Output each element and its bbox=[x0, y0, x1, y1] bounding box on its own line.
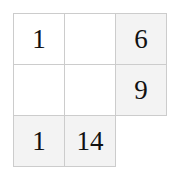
grid-cell-r1c0-entry[interactable] bbox=[13, 64, 65, 116]
grid-cell-r1c2-row-sum: 9 bbox=[115, 64, 167, 116]
grid-cell-r2c0-col-sum: 1 bbox=[13, 115, 65, 167]
grid-cell-r0c1-entry[interactable] bbox=[64, 13, 116, 65]
puzzle-board: 1 6 9 1 14 bbox=[0, 0, 180, 180]
grid-cell-r0c0-given: 1 bbox=[13, 13, 65, 65]
grid-cell-r1c1-entry[interactable] bbox=[64, 64, 116, 116]
grid-cell-r0c2-row-sum: 6 bbox=[115, 13, 167, 65]
grid-cell-r2c1-col-sum: 14 bbox=[64, 115, 116, 167]
